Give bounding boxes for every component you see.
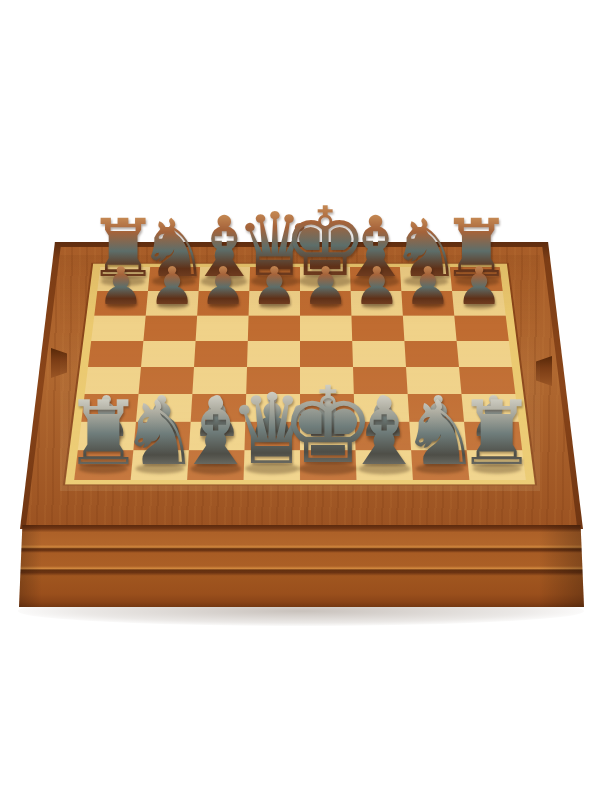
- piece-copper-pawn-c7[interactable]: ♟: [200, 260, 247, 312]
- square-d6[interactable]: [248, 316, 300, 341]
- square-a5[interactable]: [88, 341, 143, 367]
- square-f5[interactable]: [352, 341, 406, 367]
- square-g6[interactable]: [403, 316, 457, 341]
- piece-copper-pawn-f7[interactable]: ♟: [353, 260, 400, 312]
- piece-copper-pawn-e7[interactable]: ♟: [302, 260, 349, 312]
- square-d5[interactable]: [247, 341, 300, 367]
- square-a6[interactable]: [91, 316, 146, 341]
- square-b5[interactable]: [141, 341, 196, 367]
- piece-copper-pawn-a7[interactable]: ♟: [97, 260, 144, 312]
- square-c5[interactable]: [194, 341, 248, 367]
- product-photo-scene: ♜♞♝♛♚♝♞♜♟♟♟♟♟♟♟♟♟♟♟♟♟♟♟♟♜♞♝♛♚♝♞♜: [0, 0, 600, 800]
- square-h5[interactable]: [457, 341, 512, 367]
- square-e5[interactable]: [300, 341, 353, 367]
- square-h6[interactable]: [454, 316, 509, 341]
- square-c6[interactable]: [196, 316, 249, 341]
- piece-copper-pawn-h7[interactable]: ♟: [456, 260, 503, 312]
- box-front-face: [19, 525, 584, 607]
- piece-silver-rook-h1[interactable]: ♜: [457, 389, 537, 478]
- piece-copper-pawn-d7[interactable]: ♟: [251, 260, 298, 312]
- pieces-layer: ♜♞♝♛♚♝♞♜♟♟♟♟♟♟♟♟♟♟♟♟♟♟♟♟♜♞♝♛♚♝♞♜: [0, 0, 600, 800]
- square-g5[interactable]: [404, 341, 459, 367]
- piece-copper-pawn-g7[interactable]: ♟: [405, 260, 452, 312]
- square-b6[interactable]: [143, 316, 197, 341]
- piece-copper-pawn-b7[interactable]: ♟: [149, 260, 196, 312]
- square-f6[interactable]: [351, 316, 404, 341]
- square-e6[interactable]: [300, 316, 352, 341]
